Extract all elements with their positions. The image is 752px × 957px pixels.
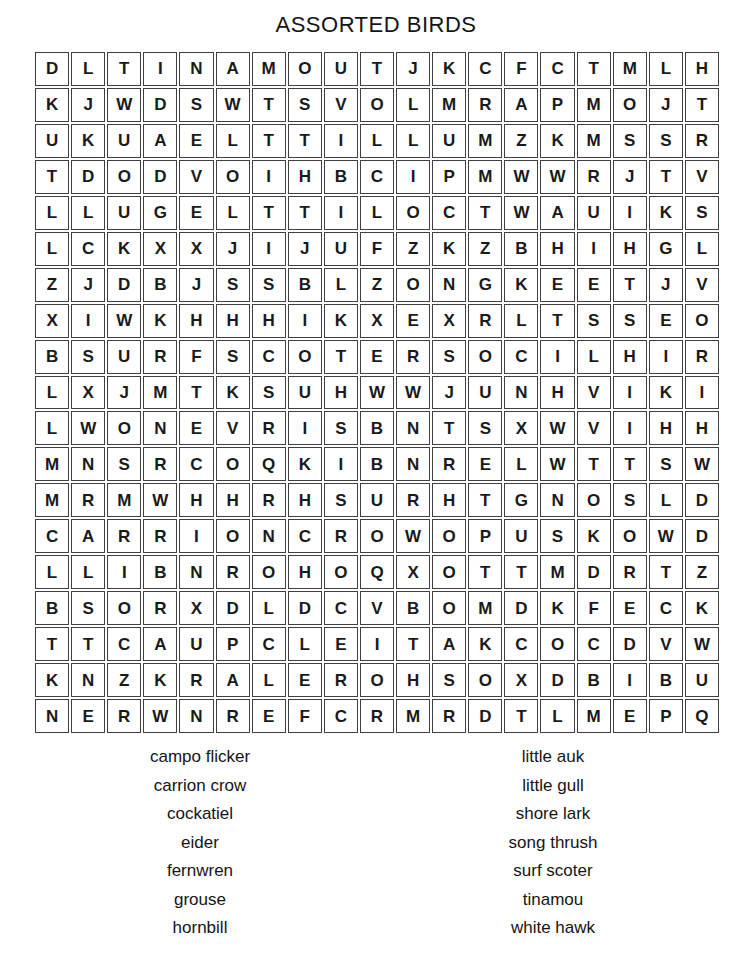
grid-cell-r7c19[interactable]: V (685, 268, 719, 302)
grid-cell-r3c13[interactable]: M (468, 124, 502, 158)
grid-cell-r11c7[interactable]: R (252, 411, 286, 445)
grid-cell-r18c16[interactable]: B (577, 663, 611, 697)
grid-cell-r11c8[interactable]: I (288, 411, 322, 445)
grid-cell-r13c10[interactable]: U (360, 483, 394, 517)
grid-cell-r17c19[interactable]: W (685, 627, 719, 661)
grid-cell-r8c10[interactable]: X (360, 304, 394, 338)
grid-cell-r15c9[interactable]: O (324, 555, 358, 589)
grid-cell-r2c13[interactable]: R (468, 88, 502, 122)
grid-cell-r9c9[interactable]: T (324, 340, 358, 374)
grid-cell-r16c7[interactable]: L (252, 591, 286, 625)
grid-cell-r18c8[interactable]: E (288, 663, 322, 697)
grid-cell-r10c9[interactable]: H (324, 376, 358, 410)
grid-cell-r19c12[interactable]: R (432, 699, 466, 733)
grid-cell-r16c13[interactable]: M (468, 591, 502, 625)
grid-cell-r14c9[interactable]: R (324, 519, 358, 553)
grid-cell-r3c2[interactable]: K (71, 124, 105, 158)
grid-cell-r17c3[interactable]: C (107, 627, 141, 661)
grid-cell-r14c12[interactable]: O (432, 519, 466, 553)
grid-cell-r17c14[interactable]: C (504, 627, 538, 661)
grid-cell-r19c19[interactable]: Q (685, 699, 719, 733)
grid-cell-r16c16[interactable]: F (577, 591, 611, 625)
grid-cell-r15c14[interactable]: T (504, 555, 538, 589)
grid-cell-r12c19[interactable]: W (685, 447, 719, 481)
grid-cell-r4c1[interactable]: T (35, 160, 69, 194)
grid-cell-r14c17[interactable]: O (613, 519, 647, 553)
grid-cell-r16c15[interactable]: K (540, 591, 574, 625)
grid-cell-r15c1[interactable]: L (35, 555, 69, 589)
grid-cell-r5c18[interactable]: K (649, 196, 683, 230)
grid-cell-r9c2[interactable]: S (71, 340, 105, 374)
grid-cell-r9c5[interactable]: F (179, 340, 213, 374)
grid-cell-r3c7[interactable]: T (252, 124, 286, 158)
grid-cell-r7c14[interactable]: K (504, 268, 538, 302)
grid-cell-r3c11[interactable]: L (396, 124, 430, 158)
grid-cell-r8c3[interactable]: W (107, 304, 141, 338)
grid-cell-r9c14[interactable]: C (504, 340, 538, 374)
grid-cell-r11c1[interactable]: L (35, 411, 69, 445)
grid-cell-r10c6[interactable]: K (216, 376, 250, 410)
grid-cell-r12c10[interactable]: B (360, 447, 394, 481)
grid-cell-r6c4[interactable]: X (143, 232, 177, 266)
grid-cell-r3c10[interactable]: L (360, 124, 394, 158)
grid-cell-r19c7[interactable]: E (252, 699, 286, 733)
grid-cell-r12c12[interactable]: R (432, 447, 466, 481)
grid-cell-r11c4[interactable]: N (143, 411, 177, 445)
grid-cell-r14c13[interactable]: P (468, 519, 502, 553)
grid-cell-r10c10[interactable]: W (360, 376, 394, 410)
grid-cell-r15c13[interactable]: T (468, 555, 502, 589)
grid-cell-r15c10[interactable]: Q (360, 555, 394, 589)
grid-cell-r5c6[interactable]: L (216, 196, 250, 230)
grid-cell-r19c2[interactable]: E (71, 699, 105, 733)
grid-cell-r4c17[interactable]: J (613, 160, 647, 194)
grid-cell-r9c10[interactable]: E (360, 340, 394, 374)
grid-cell-r6c7[interactable]: I (252, 232, 286, 266)
grid-cell-r4c15[interactable]: W (540, 160, 574, 194)
grid-cell-r12c8[interactable]: K (288, 447, 322, 481)
grid-cell-r9c11[interactable]: R (396, 340, 430, 374)
grid-cell-r5c1[interactable]: L (35, 196, 69, 230)
grid-cell-r4c9[interactable]: B (324, 160, 358, 194)
grid-cell-r18c6[interactable]: A (216, 663, 250, 697)
grid-cell-r3c12[interactable]: U (432, 124, 466, 158)
grid-cell-r1c15[interactable]: C (540, 52, 574, 86)
grid-cell-r17c2[interactable]: T (71, 627, 105, 661)
grid-cell-r19c3[interactable]: R (107, 699, 141, 733)
grid-cell-r1c19[interactable]: H (685, 52, 719, 86)
grid-cell-r12c16[interactable]: T (577, 447, 611, 481)
grid-cell-r7c15[interactable]: E (540, 268, 574, 302)
grid-cell-r17c18[interactable]: V (649, 627, 683, 661)
grid-cell-r12c3[interactable]: S (107, 447, 141, 481)
grid-cell-r19c11[interactable]: M (396, 699, 430, 733)
grid-cell-r3c6[interactable]: L (216, 124, 250, 158)
grid-cell-r8c6[interactable]: H (216, 304, 250, 338)
grid-cell-r10c7[interactable]: S (252, 376, 286, 410)
grid-cell-r1c5[interactable]: N (179, 52, 213, 86)
grid-cell-r18c17[interactable]: I (613, 663, 647, 697)
grid-cell-r3c4[interactable]: A (143, 124, 177, 158)
grid-cell-r1c10[interactable]: T (360, 52, 394, 86)
grid-cell-r9c3[interactable]: U (107, 340, 141, 374)
grid-cell-r9c12[interactable]: S (432, 340, 466, 374)
grid-cell-r12c2[interactable]: N (71, 447, 105, 481)
grid-cell-r17c12[interactable]: A (432, 627, 466, 661)
grid-cell-r7c8[interactable]: B (288, 268, 322, 302)
grid-cell-r1c13[interactable]: C (468, 52, 502, 86)
grid-cell-r14c14[interactable]: U (504, 519, 538, 553)
grid-cell-r5c9[interactable]: I (324, 196, 358, 230)
grid-cell-r12c15[interactable]: W (540, 447, 574, 481)
grid-cell-r18c14[interactable]: X (504, 663, 538, 697)
grid-cell-r1c9[interactable]: U (324, 52, 358, 86)
grid-cell-r11c12[interactable]: T (432, 411, 466, 445)
grid-cell-r3c3[interactable]: U (107, 124, 141, 158)
grid-cell-r11c5[interactable]: E (179, 411, 213, 445)
grid-cell-r17c15[interactable]: O (540, 627, 574, 661)
grid-cell-r7c9[interactable]: L (324, 268, 358, 302)
grid-cell-r9c4[interactable]: R (143, 340, 177, 374)
grid-cell-r13c19[interactable]: D (685, 483, 719, 517)
grid-cell-r2c14[interactable]: A (504, 88, 538, 122)
grid-cell-r9c19[interactable]: R (685, 340, 719, 374)
grid-cell-r14c6[interactable]: O (216, 519, 250, 553)
grid-cell-r12c9[interactable]: I (324, 447, 358, 481)
grid-cell-r14c11[interactable]: W (396, 519, 430, 553)
grid-cell-r12c1[interactable]: M (35, 447, 69, 481)
grid-cell-r14c15[interactable]: S (540, 519, 574, 553)
grid-cell-r19c17[interactable]: E (613, 699, 647, 733)
grid-cell-r4c7[interactable]: I (252, 160, 286, 194)
grid-cell-r4c16[interactable]: R (577, 160, 611, 194)
grid-cell-r7c3[interactable]: D (107, 268, 141, 302)
grid-cell-r13c15[interactable]: N (540, 483, 574, 517)
grid-cell-r4c14[interactable]: W (504, 160, 538, 194)
grid-cell-r5c16[interactable]: U (577, 196, 611, 230)
grid-cell-r18c9[interactable]: R (324, 663, 358, 697)
grid-cell-r1c6[interactable]: A (216, 52, 250, 86)
grid-cell-r17c1[interactable]: T (35, 627, 69, 661)
grid-cell-r13c13[interactable]: T (468, 483, 502, 517)
grid-cell-r1c17[interactable]: M (613, 52, 647, 86)
grid-cell-r7c5[interactable]: J (179, 268, 213, 302)
grid-cell-r11c18[interactable]: H (649, 411, 683, 445)
grid-cell-r16c5[interactable]: X (179, 591, 213, 625)
grid-cell-r16c10[interactable]: V (360, 591, 394, 625)
grid-cell-r14c3[interactable]: R (107, 519, 141, 553)
grid-cell-r17c11[interactable]: T (396, 627, 430, 661)
grid-cell-r3c14[interactable]: Z (504, 124, 538, 158)
grid-cell-r15c2[interactable]: L (71, 555, 105, 589)
grid-cell-r17c17[interactable]: D (613, 627, 647, 661)
grid-cell-r13c7[interactable]: R (252, 483, 286, 517)
grid-cell-r19c5[interactable]: N (179, 699, 213, 733)
grid-cell-r2c1[interactable]: K (35, 88, 69, 122)
grid-cell-r4c11[interactable]: I (396, 160, 430, 194)
grid-cell-r13c1[interactable]: M (35, 483, 69, 517)
grid-cell-r4c12[interactable]: P (432, 160, 466, 194)
grid-cell-r4c13[interactable]: M (468, 160, 502, 194)
grid-cell-r10c2[interactable]: X (71, 376, 105, 410)
grid-cell-r9c7[interactable]: C (252, 340, 286, 374)
grid-cell-r12c4[interactable]: R (143, 447, 177, 481)
grid-cell-r13c5[interactable]: H (179, 483, 213, 517)
grid-cell-r13c6[interactable]: H (216, 483, 250, 517)
grid-cell-r13c12[interactable]: H (432, 483, 466, 517)
grid-cell-r4c2[interactable]: D (71, 160, 105, 194)
grid-cell-r2c5[interactable]: S (179, 88, 213, 122)
grid-cell-r12c7[interactable]: Q (252, 447, 286, 481)
grid-cell-r7c11[interactable]: O (396, 268, 430, 302)
grid-cell-r1c3[interactable]: T (107, 52, 141, 86)
grid-cell-r2c7[interactable]: T (252, 88, 286, 122)
grid-cell-r11c9[interactable]: S (324, 411, 358, 445)
grid-cell-r4c8[interactable]: H (288, 160, 322, 194)
grid-cell-r2c19[interactable]: T (685, 88, 719, 122)
grid-cell-r3c5[interactable]: E (179, 124, 213, 158)
grid-cell-r7c17[interactable]: T (613, 268, 647, 302)
grid-cell-r15c17[interactable]: R (613, 555, 647, 589)
grid-cell-r8c18[interactable]: E (649, 304, 683, 338)
grid-cell-r18c19[interactable]: U (685, 663, 719, 697)
grid-cell-r10c18[interactable]: K (649, 376, 683, 410)
grid-cell-r3c16[interactable]: M (577, 124, 611, 158)
grid-cell-r7c7[interactable]: S (252, 268, 286, 302)
grid-cell-r1c2[interactable]: L (71, 52, 105, 86)
grid-cell-r7c18[interactable]: J (649, 268, 683, 302)
grid-cell-r5c7[interactable]: T (252, 196, 286, 230)
grid-cell-r7c10[interactable]: Z (360, 268, 394, 302)
grid-cell-r9c18[interactable]: I (649, 340, 683, 374)
grid-cell-r15c5[interactable]: N (179, 555, 213, 589)
grid-cell-r13c17[interactable]: S (613, 483, 647, 517)
grid-cell-r11c11[interactable]: N (396, 411, 430, 445)
grid-cell-r5c3[interactable]: U (107, 196, 141, 230)
grid-cell-r17c13[interactable]: K (468, 627, 502, 661)
grid-cell-r16c9[interactable]: C (324, 591, 358, 625)
grid-cell-r6c15[interactable]: H (540, 232, 574, 266)
grid-cell-r5c2[interactable]: L (71, 196, 105, 230)
grid-cell-r2c15[interactable]: P (540, 88, 574, 122)
grid-cell-r5c17[interactable]: I (613, 196, 647, 230)
grid-cell-r16c11[interactable]: B (396, 591, 430, 625)
grid-cell-r18c11[interactable]: H (396, 663, 430, 697)
grid-cell-r11c19[interactable]: H (685, 411, 719, 445)
grid-cell-r19c14[interactable]: T (504, 699, 538, 733)
grid-cell-r8c8[interactable]: I (288, 304, 322, 338)
grid-cell-r7c2[interactable]: J (71, 268, 105, 302)
grid-cell-r9c17[interactable]: H (613, 340, 647, 374)
grid-cell-r18c12[interactable]: S (432, 663, 466, 697)
grid-cell-r2c4[interactable]: D (143, 88, 177, 122)
grid-cell-r17c4[interactable]: A (143, 627, 177, 661)
grid-cell-r6c18[interactable]: G (649, 232, 683, 266)
grid-cell-r13c2[interactable]: R (71, 483, 105, 517)
grid-cell-r18c10[interactable]: O (360, 663, 394, 697)
grid-cell-r4c3[interactable]: O (107, 160, 141, 194)
grid-cell-r12c18[interactable]: S (649, 447, 683, 481)
grid-cell-r9c13[interactable]: O (468, 340, 502, 374)
grid-cell-r13c4[interactable]: W (143, 483, 177, 517)
grid-cell-r8c13[interactable]: R (468, 304, 502, 338)
grid-cell-r7c12[interactable]: N (432, 268, 466, 302)
grid-cell-r8c16[interactable]: S (577, 304, 611, 338)
grid-cell-r5c8[interactable]: T (288, 196, 322, 230)
grid-cell-r13c8[interactable]: H (288, 483, 322, 517)
grid-cell-r19c4[interactable]: W (143, 699, 177, 733)
grid-cell-r2c9[interactable]: V (324, 88, 358, 122)
grid-cell-r6c1[interactable]: L (35, 232, 69, 266)
grid-cell-r14c5[interactable]: I (179, 519, 213, 553)
grid-cell-r1c4[interactable]: I (143, 52, 177, 86)
grid-cell-r9c6[interactable]: S (216, 340, 250, 374)
grid-cell-r13c3[interactable]: M (107, 483, 141, 517)
grid-cell-r6c16[interactable]: I (577, 232, 611, 266)
grid-cell-r10c8[interactable]: U (288, 376, 322, 410)
grid-cell-r3c19[interactable]: R (685, 124, 719, 158)
grid-cell-r8c4[interactable]: K (143, 304, 177, 338)
grid-cell-r18c4[interactable]: K (143, 663, 177, 697)
grid-cell-r6c2[interactable]: C (71, 232, 105, 266)
grid-cell-r1c18[interactable]: L (649, 52, 683, 86)
grid-cell-r6c5[interactable]: X (179, 232, 213, 266)
grid-cell-r1c16[interactable]: T (577, 52, 611, 86)
grid-cell-r16c3[interactable]: O (107, 591, 141, 625)
grid-cell-r16c6[interactable]: D (216, 591, 250, 625)
grid-cell-r10c11[interactable]: W (396, 376, 430, 410)
grid-cell-r11c3[interactable]: O (107, 411, 141, 445)
grid-cell-r9c1[interactable]: B (35, 340, 69, 374)
grid-cell-r8c9[interactable]: K (324, 304, 358, 338)
grid-cell-r11c15[interactable]: W (540, 411, 574, 445)
grid-cell-r2c11[interactable]: L (396, 88, 430, 122)
grid-cell-r19c18[interactable]: P (649, 699, 683, 733)
grid-cell-r3c15[interactable]: K (540, 124, 574, 158)
grid-cell-r5c14[interactable]: W (504, 196, 538, 230)
grid-cell-r15c11[interactable]: X (396, 555, 430, 589)
grid-cell-r16c17[interactable]: E (613, 591, 647, 625)
grid-cell-r8c11[interactable]: E (396, 304, 430, 338)
grid-cell-r18c5[interactable]: R (179, 663, 213, 697)
grid-cell-r14c18[interactable]: W (649, 519, 683, 553)
grid-cell-r15c8[interactable]: H (288, 555, 322, 589)
grid-cell-r6c6[interactable]: J (216, 232, 250, 266)
grid-cell-r2c6[interactable]: W (216, 88, 250, 122)
grid-cell-r4c10[interactable]: C (360, 160, 394, 194)
grid-cell-r13c18[interactable]: L (649, 483, 683, 517)
grid-cell-r5c13[interactable]: T (468, 196, 502, 230)
grid-cell-r2c2[interactable]: J (71, 88, 105, 122)
grid-cell-r15c15[interactable]: M (540, 555, 574, 589)
grid-cell-r1c1[interactable]: D (35, 52, 69, 86)
grid-cell-r19c16[interactable]: M (577, 699, 611, 733)
grid-cell-r13c14[interactable]: G (504, 483, 538, 517)
grid-cell-r16c14[interactable]: D (504, 591, 538, 625)
grid-cell-r6c14[interactable]: B (504, 232, 538, 266)
grid-cell-r8c15[interactable]: T (540, 304, 574, 338)
grid-cell-r10c1[interactable]: L (35, 376, 69, 410)
grid-cell-r15c7[interactable]: O (252, 555, 286, 589)
grid-cell-r15c3[interactable]: I (107, 555, 141, 589)
grid-cell-r12c11[interactable]: N (396, 447, 430, 481)
grid-cell-r2c12[interactable]: M (432, 88, 466, 122)
grid-cell-r10c16[interactable]: V (577, 376, 611, 410)
grid-cell-r17c8[interactable]: L (288, 627, 322, 661)
grid-cell-r17c5[interactable]: U (179, 627, 213, 661)
grid-cell-r1c12[interactable]: K (432, 52, 466, 86)
grid-cell-r10c4[interactable]: M (143, 376, 177, 410)
grid-cell-r8c5[interactable]: H (179, 304, 213, 338)
grid-cell-r5c19[interactable]: S (685, 196, 719, 230)
grid-cell-r7c6[interactable]: S (216, 268, 250, 302)
grid-cell-r12c14[interactable]: L (504, 447, 538, 481)
grid-cell-r17c10[interactable]: I (360, 627, 394, 661)
grid-cell-r17c7[interactable]: C (252, 627, 286, 661)
grid-cell-r8c14[interactable]: L (504, 304, 538, 338)
grid-cell-r6c8[interactable]: J (288, 232, 322, 266)
grid-cell-r10c19[interactable]: I (685, 376, 719, 410)
grid-cell-r8c2[interactable]: I (71, 304, 105, 338)
grid-cell-r4c4[interactable]: D (143, 160, 177, 194)
grid-cell-r16c1[interactable]: B (35, 591, 69, 625)
grid-cell-r16c12[interactable]: O (432, 591, 466, 625)
grid-cell-r5c15[interactable]: A (540, 196, 574, 230)
grid-cell-r18c7[interactable]: L (252, 663, 286, 697)
grid-cell-r11c13[interactable]: S (468, 411, 502, 445)
grid-cell-r5c11[interactable]: O (396, 196, 430, 230)
grid-cell-r16c2[interactable]: S (71, 591, 105, 625)
grid-cell-r18c2[interactable]: N (71, 663, 105, 697)
grid-cell-r3c18[interactable]: S (649, 124, 683, 158)
grid-cell-r1c14[interactable]: F (504, 52, 538, 86)
grid-cell-r4c5[interactable]: V (179, 160, 213, 194)
grid-cell-r6c3[interactable]: K (107, 232, 141, 266)
grid-cell-r17c16[interactable]: C (577, 627, 611, 661)
grid-cell-r2c10[interactable]: O (360, 88, 394, 122)
grid-cell-r10c12[interactable]: J (432, 376, 466, 410)
grid-cell-r15c18[interactable]: T (649, 555, 683, 589)
grid-cell-r14c1[interactable]: C (35, 519, 69, 553)
grid-cell-r14c2[interactable]: A (71, 519, 105, 553)
grid-cell-r1c7[interactable]: M (252, 52, 286, 86)
grid-cell-r12c5[interactable]: C (179, 447, 213, 481)
grid-cell-r11c14[interactable]: X (504, 411, 538, 445)
grid-cell-r2c18[interactable]: J (649, 88, 683, 122)
grid-cell-r12c6[interactable]: O (216, 447, 250, 481)
grid-cell-r12c13[interactable]: E (468, 447, 502, 481)
grid-cell-r11c17[interactable]: I (613, 411, 647, 445)
grid-cell-r15c19[interactable]: Z (685, 555, 719, 589)
grid-cell-r6c9[interactable]: U (324, 232, 358, 266)
grid-cell-r5c10[interactable]: L (360, 196, 394, 230)
grid-cell-r11c2[interactable]: W (71, 411, 105, 445)
grid-cell-r14c16[interactable]: K (577, 519, 611, 553)
grid-cell-r17c9[interactable]: E (324, 627, 358, 661)
grid-cell-r12c17[interactable]: T (613, 447, 647, 481)
grid-cell-r19c6[interactable]: R (216, 699, 250, 733)
grid-cell-r10c13[interactable]: U (468, 376, 502, 410)
grid-cell-r19c10[interactable]: R (360, 699, 394, 733)
grid-cell-r19c13[interactable]: D (468, 699, 502, 733)
grid-cell-r15c6[interactable]: R (216, 555, 250, 589)
grid-cell-r19c8[interactable]: F (288, 699, 322, 733)
grid-cell-r1c11[interactable]: J (396, 52, 430, 86)
grid-cell-r4c18[interactable]: T (649, 160, 683, 194)
grid-cell-r1c8[interactable]: O (288, 52, 322, 86)
grid-cell-r18c13[interactable]: O (468, 663, 502, 697)
grid-cell-r16c4[interactable]: R (143, 591, 177, 625)
